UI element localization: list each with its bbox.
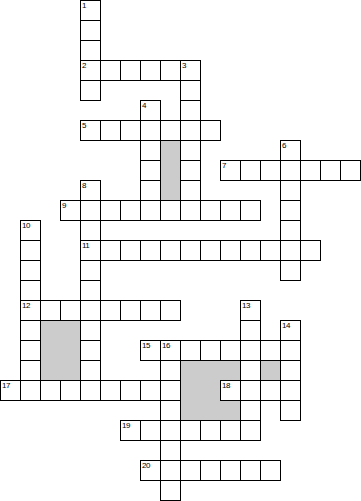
cell-r3-c8[interactable]: [160, 60, 181, 81]
cell-r24-c8[interactable]: [160, 480, 181, 501]
cell-r13-c1[interactable]: [20, 260, 41, 281]
cell-r12-c15[interactable]: [300, 240, 321, 261]
cell-r6-c10[interactable]: [200, 120, 221, 141]
cell-r23-c12[interactable]: [240, 460, 261, 481]
cell-r5-c9[interactable]: [180, 100, 201, 121]
cell-r18-c14[interactable]: [280, 360, 301, 381]
cell-r8-c12[interactable]: [240, 160, 261, 181]
cell-r21-c11[interactable]: [220, 420, 241, 441]
cell-r10-c8[interactable]: [160, 200, 181, 221]
cell-r20-c14[interactable]: [280, 400, 301, 421]
cell-r10-c7[interactable]: [140, 200, 161, 221]
cell-r19-c12[interactable]: [240, 380, 261, 401]
clue-number: 9: [62, 201, 66, 210]
cell-r19-c1[interactable]: [20, 380, 41, 401]
cell-r19-c5[interactable]: [100, 380, 121, 401]
picture-block: [220, 400, 241, 421]
picture-block: [180, 380, 201, 401]
cell-r0-c4[interactable]: 1: [80, 0, 101, 21]
clue-number: 11: [82, 241, 89, 250]
picture-block: [200, 400, 221, 421]
picture-block: [60, 360, 81, 381]
picture-block: [220, 360, 241, 381]
picture-block: [40, 320, 61, 341]
clue-number: 3: [182, 61, 186, 70]
cell-r12-c11[interactable]: [220, 240, 241, 261]
cell-r19-c14[interactable]: [280, 380, 301, 401]
cell-r12-c9[interactable]: [180, 240, 201, 261]
cell-r21-c9[interactable]: [180, 420, 201, 441]
clue-number: 15: [142, 341, 150, 350]
cell-r10-c12[interactable]: [240, 200, 261, 221]
cell-r20-c8[interactable]: [160, 400, 181, 421]
cell-r13-c4[interactable]: [80, 260, 101, 281]
cell-r12-c5[interactable]: [100, 240, 121, 261]
cell-r12-c7[interactable]: [140, 240, 161, 261]
cell-r19-c3[interactable]: [60, 380, 81, 401]
cell-r18-c8[interactable]: [160, 360, 181, 381]
cell-r6-c7[interactable]: [140, 120, 161, 141]
cell-r3-c9[interactable]: 3: [180, 60, 201, 81]
picture-block: [160, 140, 181, 161]
cell-r6-c6[interactable]: [120, 120, 141, 141]
cell-r19-c2[interactable]: [40, 380, 61, 401]
cell-r2-c4[interactable]: [80, 40, 101, 61]
cell-r10-c6[interactable]: [120, 200, 141, 221]
cell-r11-c14[interactable]: [280, 220, 301, 241]
cell-r15-c12[interactable]: 13: [240, 300, 261, 321]
cell-r16-c4[interactable]: [80, 320, 101, 341]
cell-r6-c5[interactable]: [100, 120, 121, 141]
cell-r17-c14[interactable]: [280, 340, 301, 361]
cell-r21-c12[interactable]: [240, 420, 261, 441]
cell-r16-c12[interactable]: [240, 320, 261, 341]
cell-r12-c13[interactable]: [260, 240, 281, 261]
clue-number: 1: [82, 1, 86, 10]
cell-r15-c3[interactable]: [60, 300, 81, 321]
cell-r23-c7[interactable]: 20: [140, 460, 161, 481]
picture-block: [160, 160, 181, 181]
clue-number: 7: [222, 161, 226, 170]
cell-r12-c14[interactable]: [280, 240, 301, 261]
cell-r4-c4[interactable]: [80, 80, 101, 101]
cell-r19-c11[interactable]: 18: [220, 380, 241, 401]
picture-block: [180, 400, 201, 421]
cell-r21-c6[interactable]: 19: [120, 420, 141, 441]
cell-r8-c14[interactable]: [280, 160, 301, 181]
cell-r12-c10[interactable]: [200, 240, 221, 261]
clue-number: 8: [82, 181, 86, 190]
cell-r15-c8[interactable]: [160, 300, 181, 321]
picture-block: [40, 340, 61, 361]
cell-r17-c13[interactable]: [260, 340, 281, 361]
cell-r23-c8[interactable]: [160, 460, 181, 481]
cell-r13-c14[interactable]: [280, 260, 301, 281]
cell-r8-c7[interactable]: [140, 160, 161, 181]
cell-r18-c12[interactable]: [240, 360, 261, 381]
cell-r7-c9[interactable]: [180, 140, 201, 161]
clue-number: 19: [122, 421, 130, 430]
cell-r15-c6[interactable]: [120, 300, 141, 321]
picture-block: [200, 360, 221, 381]
cell-r15-c1[interactable]: 12: [20, 300, 41, 321]
cell-r8-c16[interactable]: [320, 160, 341, 181]
clue-number: 6: [282, 141, 286, 150]
cell-r21-c7[interactable]: [140, 420, 161, 441]
cell-r10-c3[interactable]: 9: [60, 200, 81, 221]
cell-r11-c1[interactable]: 10: [20, 220, 41, 241]
cell-r18-c4[interactable]: [80, 360, 101, 381]
clue-number: 20: [142, 461, 150, 470]
clue-number: 14: [282, 321, 290, 330]
picture-block: [60, 340, 81, 361]
clue-number: 12: [22, 301, 30, 310]
picture-block: [160, 180, 181, 201]
cell-r10-c9[interactable]: [180, 200, 201, 221]
cell-r10-c10[interactable]: [200, 200, 221, 221]
cell-r19-c8[interactable]: [160, 380, 181, 401]
cell-r17-c9[interactable]: [180, 340, 201, 361]
cell-r19-c4[interactable]: [80, 380, 101, 401]
picture-block: [40, 360, 61, 381]
picture-block: [260, 360, 281, 381]
cell-r6-c8[interactable]: [160, 120, 181, 141]
cell-r23-c9[interactable]: [180, 460, 201, 481]
cell-r8-c17[interactable]: [340, 160, 361, 181]
cell-r15-c7[interactable]: [140, 300, 161, 321]
cell-r9-c4[interactable]: 8: [80, 180, 101, 201]
cell-r17-c1[interactable]: [20, 340, 41, 361]
cell-r10-c11[interactable]: [220, 200, 241, 221]
cell-r3-c6[interactable]: [120, 60, 141, 81]
clue-number: 2: [82, 61, 86, 70]
cell-r19-c6[interactable]: [120, 380, 141, 401]
cell-r12-c8[interactable]: [160, 240, 181, 261]
clue-number: 18: [222, 381, 230, 390]
cell-r14-c4[interactable]: [80, 280, 101, 301]
cell-r8-c15[interactable]: [300, 160, 321, 181]
picture-block: [180, 360, 201, 381]
cell-r7-c14[interactable]: 6: [280, 140, 301, 161]
cell-r8-c11[interactable]: 7: [220, 160, 241, 181]
cell-r16-c1[interactable]: [20, 320, 41, 341]
cell-r12-c4[interactable]: 11: [80, 240, 101, 261]
clue-number: 16: [162, 341, 170, 350]
cell-r5-c7[interactable]: 4: [140, 100, 161, 121]
clue-number: 13: [242, 301, 250, 310]
cell-r23-c10[interactable]: [200, 460, 221, 481]
cell-r21-c8[interactable]: [160, 420, 181, 441]
cell-r12-c6[interactable]: [120, 240, 141, 261]
clue-number: 4: [142, 101, 146, 110]
cell-r17-c8[interactable]: 16: [160, 340, 181, 361]
cell-r10-c14[interactable]: [280, 200, 301, 221]
picture-block: [200, 380, 221, 401]
cell-r6-c4[interactable]: 5: [80, 120, 101, 141]
cell-r17-c4[interactable]: [80, 340, 101, 361]
clue-number: 5: [82, 121, 86, 130]
cell-r11-c4[interactable]: [80, 220, 101, 241]
cell-r4-c9[interactable]: [180, 80, 201, 101]
cell-r12-c1[interactable]: [20, 240, 41, 261]
cell-r18-c1[interactable]: [20, 360, 41, 381]
cell-r8-c13[interactable]: [260, 160, 281, 181]
cell-r17-c10[interactable]: [200, 340, 221, 361]
picture-block: [60, 320, 81, 341]
cell-r9-c9[interactable]: [180, 180, 201, 201]
clue-number: 17: [2, 381, 10, 390]
cell-r9-c7[interactable]: [140, 180, 161, 201]
cell-r8-c9[interactable]: [180, 160, 201, 181]
cell-r23-c11[interactable]: [220, 460, 241, 481]
cell-r1-c4[interactable]: [80, 20, 101, 41]
cell-r7-c7[interactable]: [140, 140, 161, 161]
cell-r19-c7[interactable]: [140, 380, 161, 401]
cell-r17-c7[interactable]: 15: [140, 340, 161, 361]
crossword-grid: 1234567891011121314151617181920: [0, 0, 361, 501]
cell-r10-c4[interactable]: [80, 200, 101, 221]
cell-r3-c7[interactable]: [140, 60, 161, 81]
cell-r10-c5[interactable]: [100, 200, 121, 221]
cell-r15-c4[interactable]: [80, 300, 101, 321]
cell-r16-c14[interactable]: 14: [280, 320, 301, 341]
cell-r3-c5[interactable]: [100, 60, 121, 81]
cell-r22-c8[interactable]: [160, 440, 181, 461]
cell-r6-c9[interactable]: [180, 120, 201, 141]
cell-r21-c10[interactable]: [200, 420, 221, 441]
cell-r19-c13[interactable]: [260, 380, 281, 401]
clue-number: 10: [22, 221, 30, 230]
cell-r9-c14[interactable]: [280, 180, 301, 201]
cell-r20-c12[interactable]: [240, 400, 261, 421]
cell-r17-c12[interactable]: [240, 340, 261, 361]
cell-r14-c1[interactable]: [20, 280, 41, 301]
cell-r15-c5[interactable]: [100, 300, 121, 321]
cell-r15-c2[interactable]: [40, 300, 61, 321]
cell-r12-c12[interactable]: [240, 240, 261, 261]
cell-r17-c11[interactable]: [220, 340, 241, 361]
cell-r3-c4[interactable]: 2: [80, 60, 101, 81]
cell-r19-c0[interactable]: 17: [0, 380, 21, 401]
cell-r23-c13[interactable]: [260, 460, 281, 481]
